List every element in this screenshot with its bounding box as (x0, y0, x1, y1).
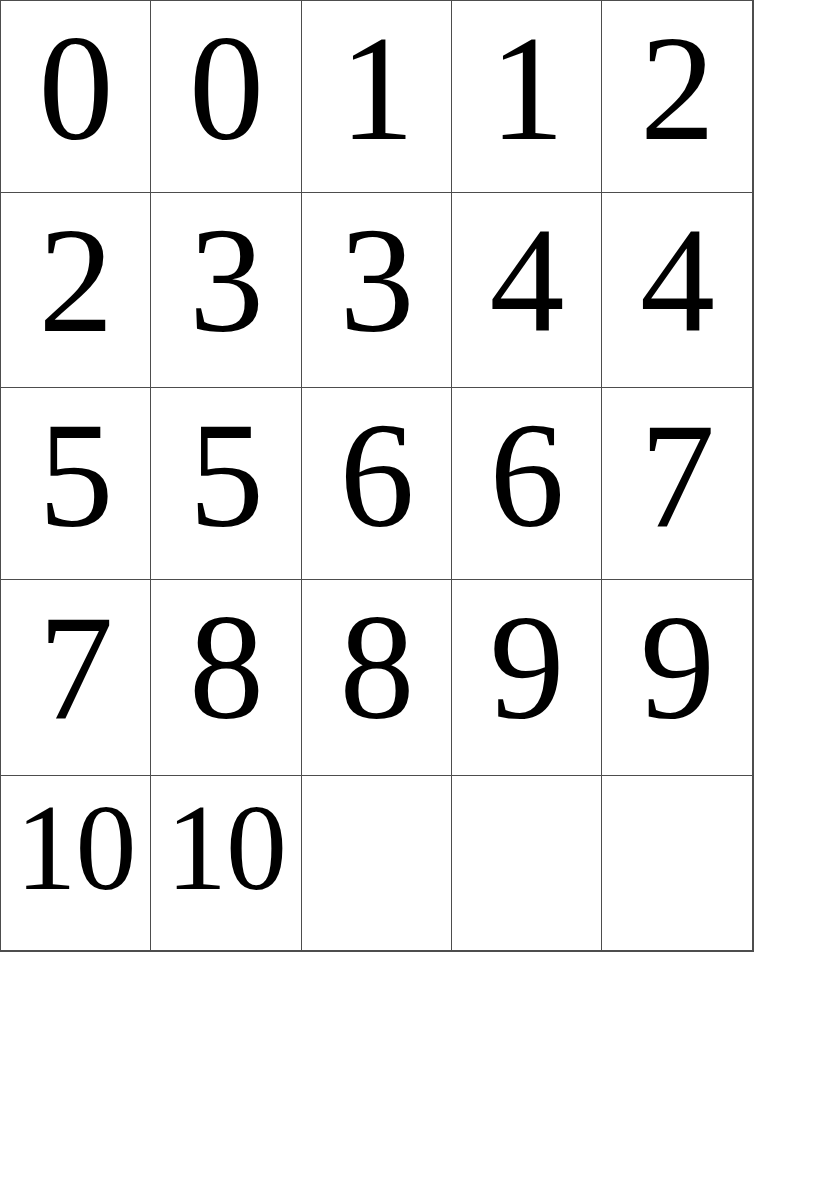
card-cell-r3c1: 8 (151, 580, 302, 776)
card-cell-r4c4-empty (602, 776, 753, 951)
card-number: 7 (640, 400, 714, 550)
card-cell-r1c4: 4 (602, 193, 753, 388)
card-cell-r3c2: 8 (302, 580, 452, 776)
card-cell-r4c1: 10 (151, 776, 302, 951)
card-cell-r1c2: 3 (302, 193, 452, 388)
card-number: 0 (39, 13, 113, 163)
card-cell-r1c3: 4 (452, 193, 602, 388)
card-cell-r1c1: 3 (151, 193, 302, 388)
card-number: 0 (189, 13, 263, 163)
card-number: 7 (39, 592, 113, 742)
card-number: 1 (490, 13, 564, 163)
card-number: 2 (640, 13, 714, 163)
card-cell-r2c4: 7 (602, 388, 753, 580)
card-number: 8 (189, 592, 263, 742)
card-number: 3 (189, 205, 263, 355)
card-cell-r2c1: 5 (151, 388, 302, 580)
card-number: 3 (340, 205, 414, 355)
card-number: 6 (340, 400, 414, 550)
card-number: 4 (640, 205, 714, 355)
card-cell-r0c2: 1 (302, 1, 452, 193)
card-number: 10 (16, 787, 136, 909)
card-cell-r3c4: 9 (602, 580, 753, 776)
card-number: 8 (340, 592, 414, 742)
worksheet-page: 0 0 1 1 2 2 3 3 4 4 5 5 6 6 7 7 8 8 9 9 … (0, 0, 816, 1177)
card-cell-r0c3: 1 (452, 1, 602, 193)
card-number: 4 (490, 205, 564, 355)
card-cell-r0c0: 0 (1, 1, 151, 193)
card-cell-r2c2: 6 (302, 388, 452, 580)
card-cell-r2c3: 6 (452, 388, 602, 580)
card-cell-r4c3-empty (452, 776, 602, 951)
card-number: 9 (640, 592, 714, 742)
card-number: 9 (490, 592, 564, 742)
card-cell-r4c2-empty (302, 776, 452, 951)
card-number: 10 (166, 787, 286, 909)
card-cell-r1c0: 2 (1, 193, 151, 388)
card-number: 5 (39, 400, 113, 550)
card-cell-r3c3: 9 (452, 580, 602, 776)
card-number: 1 (340, 13, 414, 163)
card-number: 5 (189, 400, 263, 550)
card-cell-r0c4: 2 (602, 1, 753, 193)
card-number: 2 (39, 205, 113, 355)
number-card-grid: 0 0 1 1 2 2 3 3 4 4 5 5 6 6 7 7 8 8 9 9 … (0, 0, 754, 952)
card-cell-r3c0: 7 (1, 580, 151, 776)
card-cell-r2c0: 5 (1, 388, 151, 580)
card-cell-r0c1: 0 (151, 1, 302, 193)
card-number: 6 (490, 400, 564, 550)
card-cell-r4c0: 10 (1, 776, 151, 951)
